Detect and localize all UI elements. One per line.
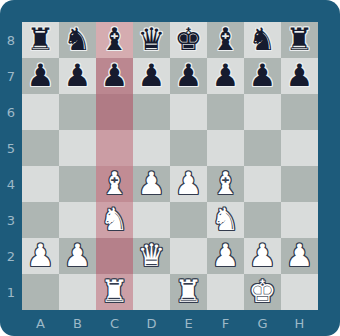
black-queen[interactable]: ♛ (138, 24, 166, 55)
file-label-d: D (133, 310, 170, 336)
rank-label-2: 2 (0, 238, 22, 274)
square-e6[interactable] (170, 94, 207, 130)
black-pawn[interactable]: ♟ (64, 60, 92, 91)
square-d2[interactable]: ♛ (133, 238, 170, 274)
file-label-a: A (22, 310, 59, 336)
white-bishop[interactable]: ♝ (101, 168, 129, 199)
square-g8[interactable]: ♞ (244, 22, 281, 58)
black-knight[interactable]: ♞ (249, 24, 277, 55)
square-a2[interactable]: ♟ (22, 238, 59, 274)
square-f3[interactable]: ♞ (207, 202, 244, 238)
square-b4[interactable] (59, 166, 96, 202)
square-c1[interactable]: ♜ (96, 274, 133, 310)
square-b1[interactable] (59, 274, 96, 310)
rank-label-7: 7 (0, 58, 22, 94)
rank-label-6: 6 (0, 94, 22, 130)
square-a4[interactable] (22, 166, 59, 202)
square-c5[interactable] (96, 130, 133, 166)
square-c4[interactable]: ♝ (96, 166, 133, 202)
white-pawn[interactable]: ♟ (212, 240, 240, 271)
chess-board[interactable]: ♜♞♝♛♚♝♞♜♟♟♟♟♟♟♟♟♝♟♟♝♞♞♟♟♛♟♟♟♜♜♚ (22, 22, 318, 310)
square-f1[interactable] (207, 274, 244, 310)
file-label-b: B (59, 310, 96, 336)
black-pawn[interactable]: ♟ (286, 60, 314, 91)
white-queen[interactable]: ♛ (138, 240, 166, 271)
square-f2[interactable]: ♟ (207, 238, 244, 274)
black-pawn[interactable]: ♟ (212, 60, 240, 91)
black-pawn[interactable]: ♟ (27, 60, 55, 91)
black-bishop[interactable]: ♝ (212, 24, 240, 55)
white-pawn[interactable]: ♟ (175, 168, 203, 199)
square-g6[interactable] (244, 94, 281, 130)
square-g3[interactable] (244, 202, 281, 238)
white-pawn[interactable]: ♟ (286, 240, 314, 271)
rank-label-8: 8 (0, 22, 22, 58)
square-h8[interactable]: ♜ (281, 22, 318, 58)
square-b3[interactable] (59, 202, 96, 238)
square-b8[interactable]: ♞ (59, 22, 96, 58)
square-g4[interactable] (244, 166, 281, 202)
square-e8[interactable]: ♚ (170, 22, 207, 58)
square-h7[interactable]: ♟ (281, 58, 318, 94)
file-label-c: C (96, 310, 133, 336)
square-d4[interactable]: ♟ (133, 166, 170, 202)
square-f4[interactable]: ♝ (207, 166, 244, 202)
square-b5[interactable] (59, 130, 96, 166)
white-pawn[interactable]: ♟ (138, 168, 166, 199)
square-f8[interactable]: ♝ (207, 22, 244, 58)
black-king[interactable]: ♚ (175, 24, 203, 55)
white-bishop[interactable]: ♝ (212, 168, 240, 199)
square-c6[interactable] (96, 94, 133, 130)
rank-label-3: 3 (0, 202, 22, 238)
square-g2[interactable]: ♟ (244, 238, 281, 274)
rank-label-1: 1 (0, 274, 22, 310)
square-e2[interactable] (170, 238, 207, 274)
square-b6[interactable] (59, 94, 96, 130)
square-c7[interactable]: ♟ (96, 58, 133, 94)
white-knight[interactable]: ♞ (101, 204, 129, 235)
rank-label-4: 4 (0, 166, 22, 202)
chess-board-frame: 87654321 ♜♞♝♛♚♝♞♜♟♟♟♟♟♟♟♟♝♟♟♝♞♞♟♟♛♟♟♟♜♜♚… (0, 0, 340, 336)
square-b7[interactable]: ♟ (59, 58, 96, 94)
black-pawn[interactable]: ♟ (175, 60, 203, 91)
rank-label-5: 5 (0, 130, 22, 166)
white-rook[interactable]: ♜ (101, 276, 129, 307)
square-h1[interactable] (281, 274, 318, 310)
square-a8[interactable]: ♜ (22, 22, 59, 58)
square-e5[interactable] (170, 130, 207, 166)
square-e4[interactable]: ♟ (170, 166, 207, 202)
black-bishop[interactable]: ♝ (101, 24, 129, 55)
square-c8[interactable]: ♝ (96, 22, 133, 58)
square-e7[interactable]: ♟ (170, 58, 207, 94)
square-h6[interactable] (281, 94, 318, 130)
square-a1[interactable] (22, 274, 59, 310)
file-label-h: H (281, 310, 318, 336)
square-d6[interactable] (133, 94, 170, 130)
black-pawn[interactable]: ♟ (138, 60, 166, 91)
white-king[interactable]: ♚ (249, 276, 277, 307)
square-c2[interactable] (96, 238, 133, 274)
square-e3[interactable] (170, 202, 207, 238)
black-pawn[interactable]: ♟ (101, 60, 129, 91)
square-g7[interactable]: ♟ (244, 58, 281, 94)
black-rook[interactable]: ♜ (286, 24, 314, 55)
square-h4[interactable] (281, 166, 318, 202)
black-knight[interactable]: ♞ (64, 24, 92, 55)
white-pawn[interactable]: ♟ (64, 240, 92, 271)
rank-labels: 87654321 (0, 22, 22, 310)
file-label-f: F (207, 310, 244, 336)
square-h5[interactable] (281, 130, 318, 166)
black-rook[interactable]: ♜ (27, 24, 55, 55)
white-rook[interactable]: ♜ (175, 276, 203, 307)
white-pawn[interactable]: ♟ (27, 240, 55, 271)
square-d8[interactable]: ♛ (133, 22, 170, 58)
square-h3[interactable] (281, 202, 318, 238)
square-g1[interactable]: ♚ (244, 274, 281, 310)
square-f7[interactable]: ♟ (207, 58, 244, 94)
white-pawn[interactable]: ♟ (249, 240, 277, 271)
white-knight[interactable]: ♞ (212, 204, 240, 235)
square-g5[interactable] (244, 130, 281, 166)
square-a7[interactable]: ♟ (22, 58, 59, 94)
square-a6[interactable] (22, 94, 59, 130)
file-labels: ABCDEFGH (22, 310, 318, 336)
square-b2[interactable]: ♟ (59, 238, 96, 274)
square-c3[interactable]: ♞ (96, 202, 133, 238)
square-e1[interactable]: ♜ (170, 274, 207, 310)
square-d3[interactable] (133, 202, 170, 238)
file-label-e: E (170, 310, 207, 336)
square-a5[interactable] (22, 130, 59, 166)
file-label-g: G (244, 310, 281, 336)
square-d5[interactable] (133, 130, 170, 166)
square-d7[interactable]: ♟ (133, 58, 170, 94)
square-f6[interactable] (207, 94, 244, 130)
square-a3[interactable] (22, 202, 59, 238)
square-f5[interactable] (207, 130, 244, 166)
square-h2[interactable]: ♟ (281, 238, 318, 274)
black-pawn[interactable]: ♟ (249, 60, 277, 91)
square-d1[interactable] (133, 274, 170, 310)
